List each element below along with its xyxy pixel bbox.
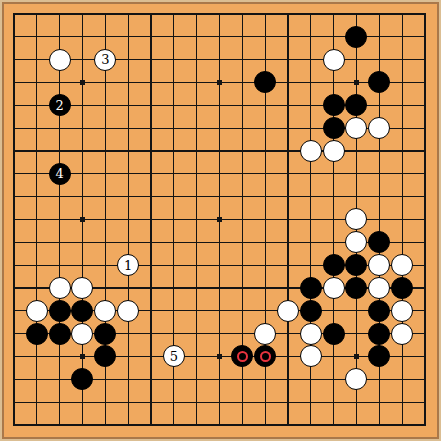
black-stone — [26, 323, 48, 345]
black-stone — [94, 323, 116, 345]
white-stone — [49, 277, 71, 299]
goban[interactable]: 32415 — [0, 0, 441, 441]
black-stone — [391, 277, 413, 299]
white-stone — [323, 140, 345, 162]
white-stone — [49, 49, 71, 71]
move-number: 3 — [101, 53, 109, 66]
white-stone — [391, 323, 413, 345]
move-number: 4 — [56, 167, 64, 180]
white-stone — [300, 140, 322, 162]
star-point — [354, 354, 359, 359]
star-point — [80, 217, 85, 222]
move-number: 5 — [170, 350, 178, 363]
white-stone — [254, 323, 276, 345]
star-point — [217, 217, 222, 222]
white-stone: 3 — [94, 49, 116, 71]
black-stone — [300, 300, 322, 322]
star-point — [80, 354, 85, 359]
black-stone — [323, 254, 345, 276]
star-point — [80, 80, 85, 85]
black-stone — [323, 323, 345, 345]
white-stone — [323, 277, 345, 299]
star-point — [217, 80, 222, 85]
black-stone — [49, 300, 71, 322]
white-stone — [94, 300, 116, 322]
white-stone — [391, 300, 413, 322]
star-point — [217, 354, 222, 359]
white-stone — [71, 323, 93, 345]
white-stone — [277, 300, 299, 322]
star-point — [354, 80, 359, 85]
white-stone — [323, 49, 345, 71]
black-stone — [368, 323, 390, 345]
move-number: 2 — [56, 99, 64, 112]
circle-mark — [260, 351, 271, 362]
move-number: 1 — [124, 259, 132, 272]
black-stone — [49, 323, 71, 345]
black-stone — [368, 300, 390, 322]
white-stone — [300, 323, 322, 345]
white-stone — [117, 300, 139, 322]
white-stone — [26, 300, 48, 322]
black-stone: 2 — [49, 94, 71, 116]
black-stone — [323, 94, 345, 116]
black-stone — [323, 117, 345, 139]
circle-mark — [237, 351, 248, 362]
black-stone: 4 — [49, 163, 71, 185]
black-stone — [300, 277, 322, 299]
